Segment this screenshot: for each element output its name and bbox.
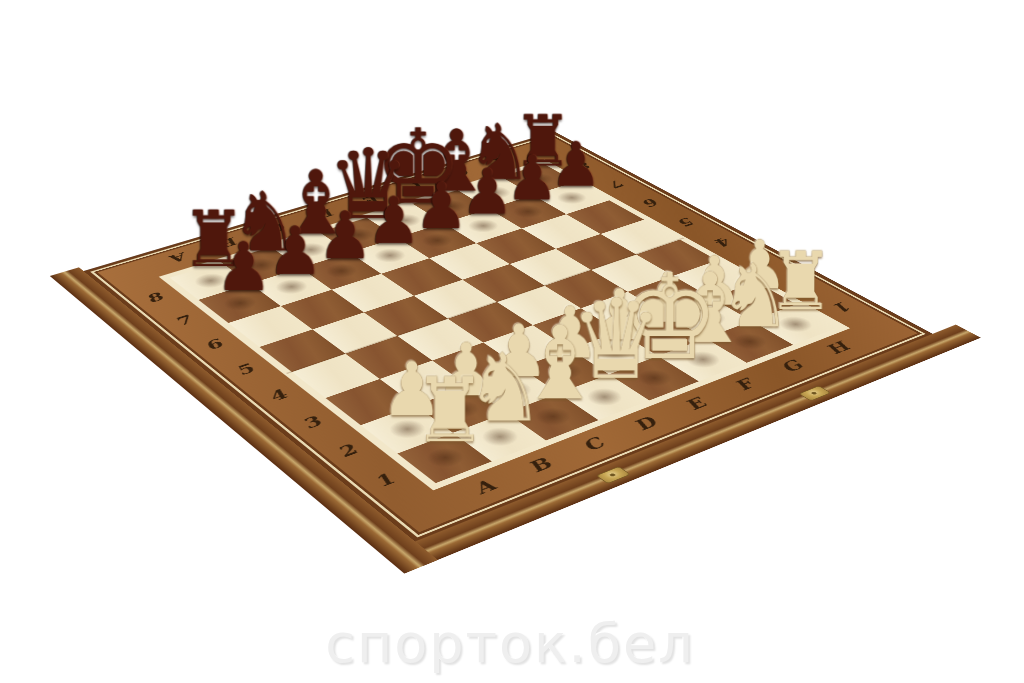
watermark-text: спорток.бел <box>325 612 695 675</box>
brass-clasp-icon[interactable] <box>798 386 831 402</box>
piece-white-rook-a1[interactable]: ♜ <box>407 361 491 461</box>
piece-black-pawn-a7[interactable]: ♟ <box>206 229 280 306</box>
scene-3d: AABBCCDDEEFFGGHH1122334455667788♜♞♝♛♚♝♞♜… <box>0 0 1024 683</box>
product-photo-stage: AABBCCDDEEFFGGHH1122334455667788♜♞♝♛♚♝♞♜… <box>0 0 1024 683</box>
chess-board: AABBCCDDEEFFGGHH1122334455667788♜♞♝♛♚♝♞♜… <box>84 132 933 542</box>
brass-clasp-icon[interactable] <box>596 466 631 484</box>
